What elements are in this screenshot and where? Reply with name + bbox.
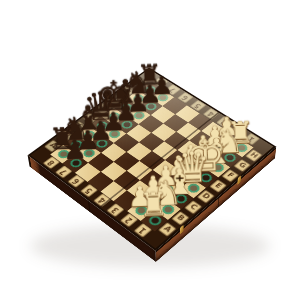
brass-clasp-1	[180, 224, 184, 234]
white-rook-a1: ♜	[134, 188, 174, 221]
board-top: 87654321 ABCDEFGH ABCDEFGH 87654321 ♜♞♝♛…	[28, 67, 277, 250]
black-pawn-a7: ♟	[56, 136, 93, 163]
brass-clasp-2	[237, 175, 241, 185]
chess-board: ♜♞♝♛♚♝♞♜♟♟♟♟♟♟♟♟♟♟♟♟♟♟♟♟♜♞♝♛♚♝♞♜	[50, 82, 254, 232]
board-box: 87654321 ABCDEFGH ABCDEFGH 87654321 ♜♞♝♛…	[28, 67, 277, 250]
photo-canvas: 87654321 ABCDEFGH ABCDEFGH 87654321 ♜♞♝♛…	[0, 0, 300, 300]
